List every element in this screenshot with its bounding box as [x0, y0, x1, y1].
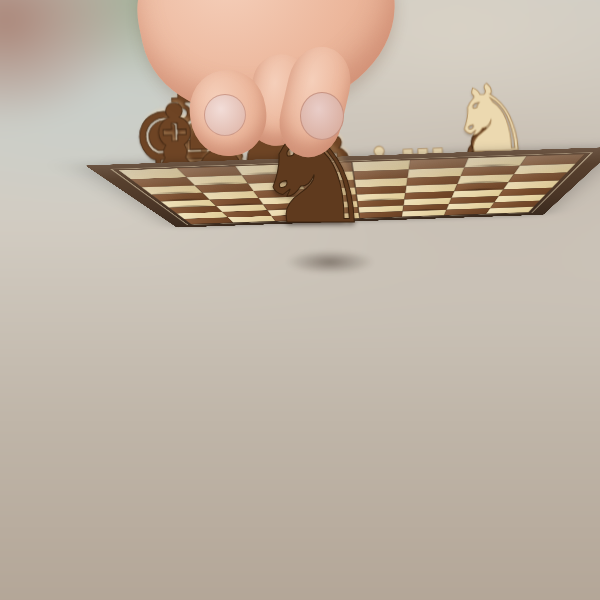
- board-grid: ♟♞♟♝♟♚♟♜♟♟♟♝♜: [119, 154, 585, 224]
- piece-dark-pawn-c8[interactable]: ♟: [235, 100, 302, 175]
- chess-board: ♟♞♟♝♟♚♟♜♟♟♟♝♜: [85, 147, 600, 228]
- piece-light-knight-g8[interactable]: ♞: [447, 72, 533, 168]
- square-h1[interactable]: [486, 207, 533, 214]
- square-a1[interactable]: [184, 217, 233, 224]
- chess-photo-scene: ♟♞♟♝♟♚♟♜♟♟♟♝♜ ♞: [0, 0, 600, 600]
- square-b1[interactable]: [228, 216, 275, 223]
- square-g8[interactable]: ♞: [464, 156, 526, 167]
